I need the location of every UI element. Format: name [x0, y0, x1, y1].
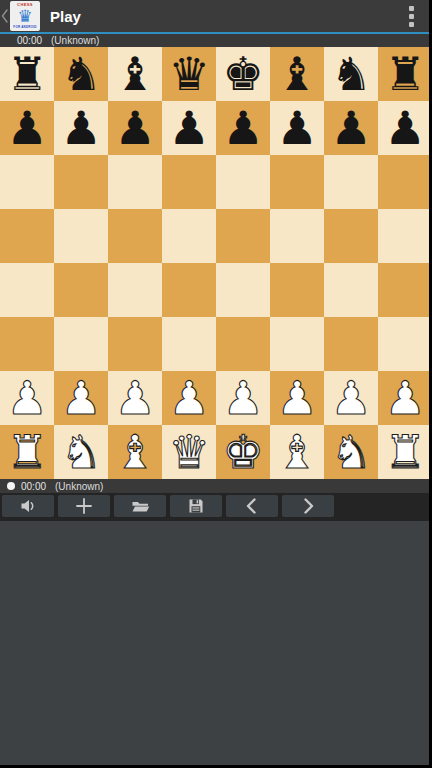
square-f5[interactable]: [270, 209, 324, 263]
square-e1[interactable]: ♚: [216, 425, 270, 479]
square-g7[interactable]: ♟: [324, 101, 378, 155]
black-pawn: ♟: [108, 101, 162, 155]
square-h7[interactable]: ♟: [378, 101, 432, 155]
action-bar: CHESS ♛ FOR ANDROID Play: [0, 0, 432, 32]
square-f2[interactable]: ♟: [270, 371, 324, 425]
black-knight: ♞: [324, 47, 378, 101]
square-h3[interactable]: [378, 317, 432, 371]
sound-button[interactable]: [2, 495, 54, 517]
square-h4[interactable]: [378, 263, 432, 317]
white-player-name: (Unknown): [55, 481, 103, 492]
chess-board: ♜♞♝♛♚♝♞♜♟♟♟♟♟♟♟♟♟♟♟♟♟♟♟♟♜♞♝♛♚♝♞♜: [0, 47, 432, 479]
square-f8[interactable]: ♝: [270, 47, 324, 101]
white-king: ♚: [216, 425, 270, 479]
square-f3[interactable]: [270, 317, 324, 371]
square-c1[interactable]: ♝: [108, 425, 162, 479]
black-bishop: ♝: [270, 47, 324, 101]
black-pawn: ♟: [378, 101, 432, 155]
turn-indicator-icon: [7, 482, 15, 490]
square-h5[interactable]: [378, 209, 432, 263]
square-h6[interactable]: [378, 155, 432, 209]
open-button[interactable]: [114, 495, 166, 517]
overflow-dot: [409, 22, 414, 27]
square-b6[interactable]: [54, 155, 108, 209]
square-b1[interactable]: ♞: [54, 425, 108, 479]
square-h8[interactable]: ♜: [378, 47, 432, 101]
square-d6[interactable]: [162, 155, 216, 209]
square-c4[interactable]: [108, 263, 162, 317]
plus-icon: [75, 497, 93, 515]
square-c6[interactable]: [108, 155, 162, 209]
white-bishop: ♝: [108, 425, 162, 479]
square-e3[interactable]: [216, 317, 270, 371]
white-knight: ♞: [54, 425, 108, 479]
white-pawn: ♟: [378, 371, 432, 425]
square-d4[interactable]: [162, 263, 216, 317]
black-rook: ♜: [378, 47, 432, 101]
square-g5[interactable]: [324, 209, 378, 263]
square-f4[interactable]: [270, 263, 324, 317]
square-e8[interactable]: ♚: [216, 47, 270, 101]
square-c3[interactable]: [108, 317, 162, 371]
white-knight: ♞: [324, 425, 378, 479]
white-player-status: 00:00 (Unknown): [0, 479, 432, 493]
square-a4[interactable]: [0, 263, 54, 317]
white-pawn: ♟: [0, 371, 54, 425]
square-g1[interactable]: ♞: [324, 425, 378, 479]
square-a7[interactable]: ♟: [0, 101, 54, 155]
square-a1[interactable]: ♜: [0, 425, 54, 479]
white-rook: ♜: [0, 425, 54, 479]
white-pawn: ♟: [324, 371, 378, 425]
square-a5[interactable]: [0, 209, 54, 263]
overflow-dot: [409, 14, 414, 19]
square-g4[interactable]: [324, 263, 378, 317]
app-icon-bottom-text: FOR ANDROID: [13, 25, 36, 29]
back-chevron-icon: [1, 9, 8, 23]
square-f7[interactable]: ♟: [270, 101, 324, 155]
black-pawn: ♟: [0, 101, 54, 155]
app-icon[interactable]: CHESS ♛ FOR ANDROID: [10, 1, 40, 31]
square-d2[interactable]: ♟: [162, 371, 216, 425]
app-screen: CHESS ♛ FOR ANDROID Play 00:00 (Unknown)…: [0, 0, 432, 768]
save-button[interactable]: [170, 495, 222, 517]
square-e2[interactable]: ♟: [216, 371, 270, 425]
previous-move-button[interactable]: [226, 495, 278, 517]
square-a6[interactable]: [0, 155, 54, 209]
black-player-status: 00:00 (Unknown): [0, 34, 432, 47]
black-player-name: (Unknown): [51, 35, 99, 46]
square-c8[interactable]: ♝: [108, 47, 162, 101]
next-move-button[interactable]: [282, 495, 334, 517]
black-pawn: ♟: [324, 101, 378, 155]
square-a8[interactable]: ♜: [0, 47, 54, 101]
square-h2[interactable]: ♟: [378, 371, 432, 425]
save-icon: [187, 497, 205, 515]
black-clock: 00:00: [17, 35, 42, 46]
square-c7[interactable]: ♟: [108, 101, 162, 155]
white-pawn: ♟: [54, 371, 108, 425]
chevron-right-icon: [299, 497, 317, 515]
black-queen: ♛: [162, 47, 216, 101]
volume-icon: [19, 497, 37, 515]
page-title: Play: [50, 8, 81, 25]
square-d5[interactable]: [162, 209, 216, 263]
square-e7[interactable]: ♟: [216, 101, 270, 155]
overflow-dot: [409, 6, 414, 11]
square-d8[interactable]: ♛: [162, 47, 216, 101]
square-c5[interactable]: [108, 209, 162, 263]
square-e4[interactable]: [216, 263, 270, 317]
toolbar: [0, 493, 432, 521]
square-a2[interactable]: ♟: [0, 371, 54, 425]
square-f6[interactable]: [270, 155, 324, 209]
back-button[interactable]: [0, 0, 9, 32]
white-clock: 00:00: [21, 481, 46, 492]
white-pawn: ♟: [216, 371, 270, 425]
black-bishop: ♝: [108, 47, 162, 101]
black-king: ♚: [216, 47, 270, 101]
white-pawn: ♟: [270, 371, 324, 425]
black-knight: ♞: [54, 47, 108, 101]
square-e6[interactable]: [216, 155, 270, 209]
square-g2[interactable]: ♟: [324, 371, 378, 425]
square-b2[interactable]: ♟: [54, 371, 108, 425]
black-pawn: ♟: [54, 101, 108, 155]
black-pawn: ♟: [162, 101, 216, 155]
square-g3[interactable]: [324, 317, 378, 371]
square-g8[interactable]: ♞: [324, 47, 378, 101]
crown-icon: ♛: [17, 7, 32, 25]
square-c2[interactable]: ♟: [108, 371, 162, 425]
content-background: [0, 521, 432, 768]
square-b4[interactable]: [54, 263, 108, 317]
square-h1[interactable]: ♜: [378, 425, 432, 479]
chevron-left-icon: [243, 497, 261, 515]
square-b3[interactable]: [54, 317, 108, 371]
white-pawn: ♟: [162, 371, 216, 425]
square-b8[interactable]: ♞: [54, 47, 108, 101]
square-d7[interactable]: ♟: [162, 101, 216, 155]
white-bishop: ♝: [270, 425, 324, 479]
overflow-menu-button[interactable]: [405, 2, 418, 31]
square-f1[interactable]: ♝: [270, 425, 324, 479]
square-b7[interactable]: ♟: [54, 101, 108, 155]
open-folder-icon: [131, 497, 150, 515]
square-g6[interactable]: [324, 155, 378, 209]
white-queen: ♛: [162, 425, 216, 479]
black-pawn: ♟: [216, 101, 270, 155]
black-rook: ♜: [0, 47, 54, 101]
new-game-button[interactable]: [58, 495, 110, 517]
black-pawn: ♟: [270, 101, 324, 155]
square-d3[interactable]: [162, 317, 216, 371]
white-rook: ♜: [378, 425, 432, 479]
square-b5[interactable]: [54, 209, 108, 263]
white-pawn: ♟: [108, 371, 162, 425]
square-d1[interactable]: ♛: [162, 425, 216, 479]
square-a3[interactable]: [0, 317, 54, 371]
square-e5[interactable]: [216, 209, 270, 263]
